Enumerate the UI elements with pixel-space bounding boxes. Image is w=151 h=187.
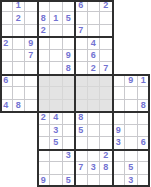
cell-r13c6[interactable]: 3 [63,150,76,162]
outside-area [125,25,138,37]
cell-r7c6[interactable] [63,75,76,87]
cell-r2c5[interactable]: 1 [50,12,63,24]
cell-r10c8[interactable] [88,112,101,124]
cell-r5c7[interactable] [75,50,88,62]
outside-area [0,150,13,162]
cell-r15c9[interactable] [100,175,113,187]
cell-r14c11[interactable]: 5 [125,162,138,174]
cell-r7c2[interactable] [13,75,26,87]
cell-r8c11[interactable] [125,87,138,99]
cell-r4c2[interactable] [13,37,26,49]
cell-r3c7[interactable]: 7 [75,25,88,37]
cell-r1c8[interactable] [88,0,101,12]
cell-r9c4[interactable] [38,100,51,112]
outside-area [125,50,138,62]
cell-r11c8[interactable] [88,125,101,137]
cell-r5c2[interactable] [13,50,26,62]
outside-area [0,112,13,124]
cell-r4c3[interactable]: 9 [25,37,38,49]
cell-r3c4[interactable]: 2 [38,25,51,37]
cell-r8c6[interactable] [63,87,76,99]
cell-r12c4[interactable] [38,137,51,149]
outside-area [138,50,151,62]
cell-r14c10[interactable] [113,162,126,174]
cell-r15c12[interactable] [138,175,151,187]
cell-r13c12[interactable] [138,150,151,162]
cell-r11c12[interactable] [138,125,151,137]
cell-r6c8[interactable]: 2 [88,62,101,74]
outside-area [0,162,13,174]
cell-r12c5[interactable]: 5 [50,137,63,149]
cell-r6c9[interactable]: 7 [100,62,113,74]
cell-r8c7[interactable] [75,87,88,99]
outside-area [138,12,151,24]
twodoku-board: 1622815272947968276914882483595363273859… [0,0,150,187]
outside-area [13,125,26,137]
cell-r3c1[interactable] [0,25,13,37]
cell-r13c10[interactable] [113,150,126,162]
outside-area [25,150,38,162]
cell-r4c9[interactable] [100,37,113,49]
cell-r7c3[interactable] [25,75,38,87]
cell-r11c4[interactable] [38,125,51,137]
cell-r11c9[interactable] [100,125,113,137]
cell-r2c9[interactable] [100,12,113,24]
cell-r2c1[interactable] [0,12,13,24]
cell-r13c5[interactable] [50,150,63,162]
cell-r1c1[interactable] [0,0,13,12]
cell-r8c10[interactable] [113,87,126,99]
cell-r1c7[interactable]: 6 [75,0,88,12]
cell-r12c6[interactable] [63,137,76,149]
outside-area [0,125,13,137]
cell-r7c12[interactable]: 1 [138,75,151,87]
outside-area [13,175,26,187]
cell-r8c3[interactable] [25,87,38,99]
cell-r1c5[interactable] [50,0,63,12]
cell-r8c1[interactable] [0,87,13,99]
outside-area [125,37,138,49]
cell-r13c4[interactable] [38,150,51,162]
outside-area [125,0,138,12]
cell-r10c11[interactable] [125,112,138,124]
cell-r10c9[interactable] [100,112,113,124]
cell-r14c8[interactable]: 3 [88,162,101,174]
cell-r2c4[interactable]: 8 [38,12,51,24]
cell-r6c1[interactable] [0,62,13,74]
cell-r9c11[interactable] [125,100,138,112]
cell-r9c7[interactable] [75,100,88,112]
cell-r6c4[interactable] [38,62,51,74]
cell-r5c6[interactable]: 9 [63,50,76,62]
cell-r7c1[interactable]: 6 [0,75,13,87]
cell-r2c7[interactable] [75,12,88,24]
cell-r1c3[interactable] [25,0,38,12]
cell-r15c5[interactable] [50,175,63,187]
cell-r2c2[interactable]: 2 [13,12,26,24]
cell-r5c9[interactable] [100,50,113,62]
cell-r8c9[interactable] [100,87,113,99]
cell-r7c11[interactable]: 9 [125,75,138,87]
cell-r8c5[interactable] [50,87,63,99]
cell-r12c7[interactable] [75,137,88,149]
cell-r10c10[interactable] [113,112,126,124]
cell-r1c4[interactable] [38,0,51,12]
cell-r1c9[interactable]: 2 [100,0,113,12]
cell-r9c2[interactable]: 8 [13,100,26,112]
cell-r9c5[interactable] [50,100,63,112]
outside-area [138,25,151,37]
cell-r13c7[interactable] [75,150,88,162]
cell-r4c1[interactable]: 2 [0,37,13,49]
cell-r5c1[interactable] [0,50,13,62]
outside-area [25,162,38,174]
cell-r2c8[interactable] [88,12,101,24]
cell-r9c6[interactable] [63,100,76,112]
cell-r13c11[interactable] [125,150,138,162]
cell-r5c5[interactable] [50,50,63,62]
outside-area [113,25,126,37]
cell-r7c9[interactable] [100,75,113,87]
cell-r14c4[interactable] [38,162,51,174]
outside-area [0,137,13,149]
cell-r15c6[interactable]: 5 [63,175,76,187]
outside-area [13,137,26,149]
cell-r3c5[interactable] [50,25,63,37]
cell-r2c6[interactable]: 5 [63,12,76,24]
cell-r12c11[interactable] [125,137,138,149]
outside-area [138,62,151,74]
cell-r14c7[interactable]: 7 [75,162,88,174]
cell-r12c12[interactable]: 6 [138,137,151,149]
cell-r6c7[interactable] [75,62,88,74]
cell-r7c8[interactable] [88,75,101,87]
cell-r10c6[interactable] [63,112,76,124]
cell-r4c8[interactable]: 4 [88,37,101,49]
cell-r9c8[interactable] [88,100,101,112]
cell-r3c8[interactable] [88,25,101,37]
outside-area [113,62,126,74]
cell-r7c4[interactable] [38,75,51,87]
cell-r14c12[interactable] [138,162,151,174]
cell-r2c3[interactable] [25,12,38,24]
cell-r9c1[interactable]: 4 [0,100,13,112]
outside-area [125,12,138,24]
cell-r5c3[interactable]: 7 [25,50,38,62]
outside-area [25,125,38,137]
outside-area [113,0,126,12]
cell-r11c10[interactable]: 9 [113,125,126,137]
cell-r11c6[interactable] [63,125,76,137]
cell-r9c9[interactable] [100,100,113,112]
cell-r1c2[interactable]: 1 [13,0,26,12]
outside-area [13,150,26,162]
cell-r8c8[interactable] [88,87,101,99]
cell-r7c5[interactable] [50,75,63,87]
cell-r1c6[interactable] [63,0,76,12]
cell-r5c4[interactable] [38,50,51,62]
cell-r11c11[interactable] [125,125,138,137]
outside-area [0,175,13,187]
cell-r9c3[interactable] [25,100,38,112]
cell-r7c10[interactable] [113,75,126,87]
cell-r15c4[interactable]: 9 [38,175,51,187]
cell-r14c5[interactable] [50,162,63,174]
cell-r15c11[interactable]: 3 [125,175,138,187]
cell-r15c10[interactable] [113,175,126,187]
cell-r12c8[interactable] [88,137,101,149]
cell-grid: 1622815272947968276914882483595363273859… [0,0,150,187]
cell-r3c3[interactable] [25,25,38,37]
cell-r3c6[interactable] [63,25,76,37]
cell-r13c8[interactable] [88,150,101,162]
cell-r12c9[interactable] [100,137,113,149]
cell-r15c7[interactable] [75,175,88,187]
cell-r12c10[interactable]: 3 [113,137,126,149]
cell-r9c12[interactable]: 8 [138,100,151,112]
cell-r3c9[interactable] [100,25,113,37]
outside-area [25,137,38,149]
cell-r13c9[interactable]: 2 [100,150,113,162]
cell-r6c2[interactable] [13,62,26,74]
outside-area [138,37,151,49]
cell-r11c5[interactable]: 3 [50,125,63,137]
outside-area [113,37,126,49]
cell-r5c8[interactable]: 6 [88,50,101,62]
cell-r6c6[interactable]: 8 [63,62,76,74]
outside-area [113,12,126,24]
outside-area [125,62,138,74]
cell-r3c2[interactable] [13,25,26,37]
cell-r4c7[interactable] [75,37,88,49]
cell-r8c2[interactable] [13,87,26,99]
cell-r6c5[interactable] [50,62,63,74]
cell-r10c4[interactable]: 2 [38,112,51,124]
outside-area [13,162,26,174]
cell-r6c3[interactable] [25,62,38,74]
outside-area [25,175,38,187]
cell-r4c6[interactable] [63,37,76,49]
cell-r8c4[interactable] [38,87,51,99]
cell-r15c8[interactable] [88,175,101,187]
cell-r9c10[interactable] [113,100,126,112]
cell-r10c5[interactable]: 4 [50,112,63,124]
outside-area [25,112,38,124]
cell-r4c4[interactable] [38,37,51,49]
outside-area [113,50,126,62]
outside-area [13,112,26,124]
cell-r14c6[interactable] [63,162,76,174]
cell-r14c9[interactable]: 8 [100,162,113,174]
cell-r7c7[interactable] [75,75,88,87]
cell-r10c7[interactable]: 8 [75,112,88,124]
cell-r11c7[interactable]: 5 [75,125,88,137]
cell-r4c5[interactable] [50,37,63,49]
outside-area [138,0,151,12]
cell-r10c12[interactable] [138,112,151,124]
cell-r8c12[interactable] [138,87,151,99]
